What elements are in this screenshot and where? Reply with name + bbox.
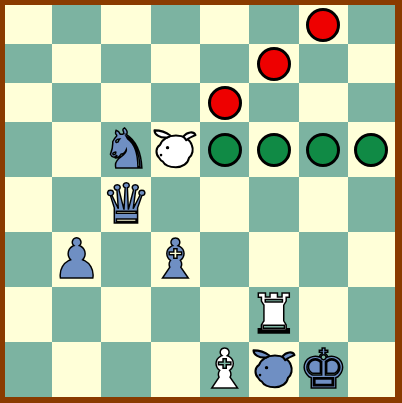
square-d3[interactable]: ♝ (151, 232, 200, 287)
square-d4[interactable] (151, 177, 200, 232)
blue-knight-piece[interactable]: ♞ (101, 122, 150, 177)
blue-king-piece[interactable]: ♚ (299, 342, 348, 397)
square-b5[interactable] (52, 122, 101, 177)
square-f3[interactable] (249, 232, 298, 287)
square-d7[interactable] (151, 44, 200, 83)
square-h3[interactable] (348, 232, 395, 287)
white-rook-piece[interactable]: ♜ (249, 287, 298, 342)
square-g5[interactable] (299, 122, 348, 177)
square-h8[interactable] (348, 5, 395, 44)
square-a8[interactable] (5, 5, 52, 44)
square-h5[interactable] (348, 122, 395, 177)
square-d2[interactable] (151, 287, 200, 342)
square-g7[interactable] (299, 44, 348, 83)
square-f6[interactable] (249, 83, 298, 122)
blue-queen-piece[interactable]: ♛ (101, 177, 150, 232)
square-g6[interactable] (299, 83, 348, 122)
square-e6[interactable] (200, 83, 249, 122)
bull-icon (251, 349, 297, 390)
square-f5[interactable] (249, 122, 298, 177)
square-a1[interactable] (5, 342, 52, 397)
square-g1[interactable]: ♚ (299, 342, 348, 397)
blue-bull-piece[interactable] (251, 349, 297, 390)
bull-icon (152, 129, 198, 170)
square-e5[interactable] (200, 122, 249, 177)
square-d1[interactable] (151, 342, 200, 397)
square-a7[interactable] (5, 44, 52, 83)
white-bull-piece[interactable] (152, 129, 198, 170)
blue-bishop-piece[interactable]: ♝ (151, 232, 200, 287)
square-b2[interactable] (52, 287, 101, 342)
square-h1[interactable] (348, 342, 395, 397)
red-move-marker[interactable] (208, 86, 242, 120)
square-h2[interactable] (348, 287, 395, 342)
green-move-marker[interactable] (354, 133, 388, 167)
square-c2[interactable] (101, 287, 150, 342)
square-c4[interactable]: ♛ (101, 177, 150, 232)
bull-eye (166, 146, 169, 149)
square-d6[interactable] (151, 83, 200, 122)
square-f1[interactable] (249, 342, 298, 397)
square-a3[interactable] (5, 232, 52, 287)
square-a4[interactable] (5, 177, 52, 232)
square-c8[interactable] (101, 5, 150, 44)
red-move-marker[interactable] (257, 47, 291, 81)
square-f2[interactable]: ♜ (249, 287, 298, 342)
bull-nostril (160, 154, 163, 157)
blue-pawn-piece[interactable]: ♟ (52, 232, 101, 287)
green-move-marker[interactable] (306, 133, 340, 167)
square-e7[interactable] (200, 44, 249, 83)
square-a2[interactable] (5, 287, 52, 342)
green-move-marker[interactable] (257, 133, 291, 167)
square-h4[interactable] (348, 177, 395, 232)
red-move-marker[interactable] (306, 8, 340, 42)
square-c1[interactable] (101, 342, 150, 397)
square-c3[interactable] (101, 232, 150, 287)
square-b4[interactable] (52, 177, 101, 232)
square-d8[interactable] (151, 5, 200, 44)
square-f4[interactable] (249, 177, 298, 232)
square-b1[interactable] (52, 342, 101, 397)
square-g8[interactable] (299, 5, 348, 44)
square-a6[interactable] (5, 83, 52, 122)
square-g2[interactable] (299, 287, 348, 342)
square-f7[interactable] (249, 44, 298, 83)
square-e1[interactable]: ♝ (200, 342, 249, 397)
square-e2[interactable] (200, 287, 249, 342)
square-b3[interactable]: ♟ (52, 232, 101, 287)
green-move-marker[interactable] (208, 133, 242, 167)
square-h6[interactable] (348, 83, 395, 122)
square-b8[interactable] (52, 5, 101, 44)
square-b7[interactable] (52, 44, 101, 83)
bull-nostril (259, 374, 262, 377)
square-e3[interactable] (200, 232, 249, 287)
square-h7[interactable] (348, 44, 395, 83)
square-a5[interactable] (5, 122, 52, 177)
white-bishop-piece[interactable]: ♝ (200, 342, 249, 397)
board-frame: ♞♛♟♝♜♝♚ (0, 0, 402, 403)
square-e8[interactable] (200, 5, 249, 44)
square-g3[interactable] (299, 232, 348, 287)
square-e4[interactable] (200, 177, 249, 232)
chess-board: ♞♛♟♝♜♝♚ (5, 5, 395, 397)
square-c5[interactable]: ♞ (101, 122, 150, 177)
square-b6[interactable] (52, 83, 101, 122)
square-d5[interactable] (151, 122, 200, 177)
square-c7[interactable] (101, 44, 150, 83)
square-g4[interactable] (299, 177, 348, 232)
square-f8[interactable] (249, 5, 298, 44)
bull-eye (265, 366, 268, 369)
